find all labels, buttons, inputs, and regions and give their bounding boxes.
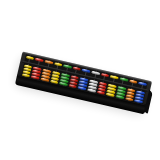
abacus-board: [15, 51, 152, 114]
photo-scene: [0, 0, 160, 160]
